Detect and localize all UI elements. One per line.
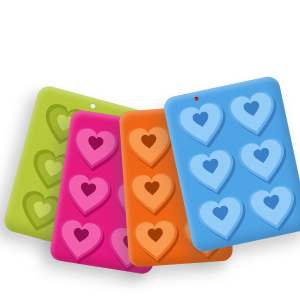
blue-heart-cavity xyxy=(245,182,300,237)
blue-hang-hole xyxy=(194,96,199,101)
orange-heart-cavity xyxy=(125,124,174,171)
pink-heart-cavity xyxy=(54,216,106,267)
green-hang-hole xyxy=(90,103,96,109)
orange-heart-cavity xyxy=(131,218,180,265)
blue-heart-cavity xyxy=(184,146,241,201)
blue-heart-cavity xyxy=(194,193,251,248)
blue-heart-cavity xyxy=(174,99,231,154)
photo-stage xyxy=(0,0,300,300)
orange-heart-cavity xyxy=(128,171,177,218)
blue-heart-cavity xyxy=(235,135,292,190)
pink-heart-cavity xyxy=(68,124,120,175)
blue-heart-cavity xyxy=(225,88,282,143)
pink-heart-cavity xyxy=(61,171,113,222)
